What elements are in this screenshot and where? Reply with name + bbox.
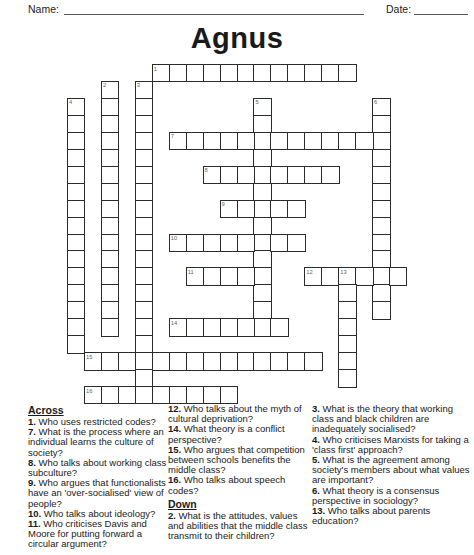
grid-cell[interactable] (372, 132, 390, 150)
grid-cell[interactable] (237, 318, 255, 336)
grid-cell[interactable] (135, 166, 153, 184)
clue-down-4: 4. Who criticises Marxists for taking a … (312, 435, 472, 455)
grid-cell[interactable] (372, 217, 390, 235)
grid-cell[interactable] (118, 352, 136, 370)
grid-cell[interactable] (321, 132, 339, 150)
grid-cell[interactable] (372, 166, 390, 184)
grid-cell[interactable] (203, 318, 221, 336)
grid-cell[interactable] (101, 115, 119, 133)
clue-number: 9. (28, 477, 36, 488)
grid-cell[interactable] (135, 98, 153, 116)
clue-number: 16. (168, 474, 181, 485)
grid-cell[interactable] (101, 234, 119, 252)
date-label: Date: (386, 3, 411, 15)
clue-across-11: 11. Who criticises Davis and Moore for p… (28, 519, 168, 550)
grid-cell[interactable] (220, 267, 238, 285)
date-blank-line[interactable] (414, 14, 468, 15)
grid-cell[interactable] (372, 234, 390, 252)
grid-cell[interactable] (253, 115, 271, 133)
grid-cell[interactable]: 13 (338, 267, 356, 285)
grid-cell[interactable] (287, 166, 305, 184)
grid-cell[interactable] (135, 267, 153, 285)
cell-number: 13 (340, 269, 346, 275)
grid-cell[interactable] (287, 200, 305, 218)
cell-number: 12 (306, 269, 312, 275)
grid-cell[interactable] (135, 183, 153, 201)
grid-cell[interactable] (270, 166, 288, 184)
clue-across-8: 8. Who talks about working class subcult… (28, 458, 168, 478)
grid-cell[interactable] (67, 250, 85, 268)
clue-number: 4. (312, 434, 320, 445)
grid-cell[interactable] (237, 267, 255, 285)
grid-cell[interactable] (220, 132, 238, 150)
grid-cell[interactable] (220, 386, 238, 404)
grid-cell[interactable] (186, 318, 204, 336)
clue-number: 12. (168, 403, 181, 414)
grid-cell[interactable] (338, 301, 356, 319)
grid-cell[interactable] (67, 115, 85, 133)
clue-number: 5. (312, 454, 320, 465)
grid-cell[interactable] (338, 132, 356, 150)
grid-cell[interactable] (287, 132, 305, 150)
grid-cell[interactable] (101, 200, 119, 218)
grid-cell[interactable] (169, 352, 187, 370)
grid-cell[interactable] (372, 267, 390, 285)
clue-number: 6. (312, 485, 320, 496)
grid-cell[interactable] (135, 250, 153, 268)
grid-cell[interactable] (253, 318, 271, 336)
grid-cell[interactable] (67, 301, 85, 319)
grid-cell[interactable] (389, 267, 407, 285)
cell-number: 4 (69, 99, 72, 105)
grid-cell[interactable] (186, 234, 204, 252)
grid-cell[interactable]: 4 (67, 98, 85, 116)
grid-cell[interactable] (253, 64, 271, 82)
puzzle-title: Agnus (0, 22, 474, 55)
grid-cell[interactable] (372, 115, 390, 133)
grid-cell[interactable] (237, 352, 255, 370)
grid-cell[interactable] (372, 284, 390, 302)
grid-cell[interactable]: 3 (135, 81, 153, 99)
clue-column-3: 3. What is the theory that working class… (312, 404, 472, 550)
grid-cell[interactable]: 8 (203, 166, 221, 184)
cell-number: 6 (374, 99, 377, 105)
grid-cell[interactable]: 10 (169, 234, 187, 252)
grid-cell[interactable] (67, 318, 85, 336)
grid-cell[interactable] (67, 166, 85, 184)
grid-cell[interactable] (304, 132, 322, 150)
crossword-grid: 12345678910111213141516 (67, 64, 408, 405)
grid-cell[interactable] (135, 369, 153, 387)
clue-number: 14. (168, 423, 181, 434)
grid-cell[interactable] (321, 64, 339, 82)
grid-cell[interactable] (253, 200, 271, 218)
grid-cell[interactable] (169, 64, 187, 82)
grid-cell[interactable] (101, 217, 119, 235)
grid-cell[interactable] (101, 386, 119, 404)
cell-number: 15 (86, 354, 92, 360)
grid-cell[interactable]: 6 (372, 98, 390, 116)
clue-down-13: 13. Who talks about parents education? (312, 506, 472, 526)
grid-cell[interactable] (253, 149, 271, 167)
grid-cell[interactable] (67, 284, 85, 302)
grid-cell[interactable] (220, 166, 238, 184)
clue-number: 13. (312, 505, 325, 516)
cell-number: 2 (103, 82, 106, 88)
grid-cell[interactable] (135, 217, 153, 235)
cell-number: 1 (154, 66, 157, 72)
grid-cell[interactable] (253, 166, 271, 184)
grid-cell[interactable] (287, 64, 305, 82)
grid-cell[interactable] (203, 234, 221, 252)
grid-cell[interactable] (287, 234, 305, 252)
name-blank-line[interactable] (64, 14, 364, 15)
clue-across-14: 14. What theory is a conflict perspectiv… (168, 424, 312, 444)
grid-cell[interactable] (253, 267, 271, 285)
grid-cell[interactable] (67, 200, 85, 218)
grid-cell[interactable]: 7 (169, 132, 187, 150)
grid-cell[interactable] (135, 284, 153, 302)
grid-cell[interactable] (186, 132, 204, 150)
grid-cell[interactable] (270, 132, 288, 150)
clue-down-2: 2. What is the attitudes, values and abi… (168, 511, 312, 542)
grid-cell[interactable] (203, 132, 221, 150)
grid-cell[interactable] (135, 234, 153, 252)
grid-cell[interactable] (372, 301, 390, 319)
grid-cell[interactable] (253, 284, 271, 302)
grid-cell[interactable] (338, 284, 356, 302)
grid-cell[interactable] (253, 217, 271, 235)
clue-across-12: 12. Who talks about the myth of cultural… (168, 404, 312, 424)
grid-cell[interactable] (135, 149, 153, 167)
across-heading: Across (28, 404, 168, 416)
grid-cell[interactable] (321, 267, 339, 285)
grid-cell[interactable] (237, 64, 255, 82)
clue-across-9: 9. Who argues that functionalists have a… (28, 478, 168, 509)
cell-number: 10 (171, 235, 177, 241)
grid-cell[interactable] (253, 301, 271, 319)
grid-cell[interactable] (338, 64, 356, 82)
grid-cell[interactable] (67, 267, 85, 285)
grid-cell[interactable] (253, 132, 271, 150)
grid-cell[interactable] (186, 386, 204, 404)
grid-cell[interactable] (203, 267, 221, 285)
grid-cell[interactable] (101, 132, 119, 150)
grid-cell[interactable] (220, 234, 238, 252)
grid-cell[interactable] (135, 200, 153, 218)
grid-cell[interactable] (135, 386, 153, 404)
grid-cell[interactable] (186, 352, 204, 370)
grid-cell[interactable] (186, 64, 204, 82)
grid-cell[interactable] (67, 183, 85, 201)
grid-cell[interactable]: 11 (186, 267, 204, 285)
down-heading: Down (168, 498, 312, 510)
clue-across-7: 7. What is the process where an individu… (28, 427, 168, 458)
cell-number: 11 (188, 269, 194, 275)
grid-cell[interactable] (220, 318, 238, 336)
grid-cell[interactable]: 9 (220, 200, 238, 218)
grid-cell[interactable] (355, 132, 373, 150)
clue-column-1: Across1. Who uses restricted codes?7. Wh… (28, 404, 168, 550)
grid-cell[interactable] (321, 166, 339, 184)
grid-cell[interactable] (270, 352, 288, 370)
grid-cell[interactable] (203, 386, 221, 404)
clue-number: 2. (168, 510, 176, 521)
grid-cell[interactable] (287, 352, 305, 370)
grid-cell[interactable] (338, 318, 356, 336)
grid-cell[interactable]: 1 (152, 64, 170, 82)
grid-cell[interactable] (237, 234, 255, 252)
grid-cell[interactable] (152, 352, 170, 370)
clue-list: Across1. Who uses restricted codes?7. Wh… (28, 404, 472, 550)
grid-cell[interactable] (220, 64, 238, 82)
name-label: Name: (28, 3, 59, 15)
clue-down-6: 6. What theory is a consensus perspectiv… (312, 486, 472, 506)
grid-cell[interactable] (304, 166, 322, 184)
grid-cell[interactable] (101, 267, 119, 285)
grid-cell[interactable] (135, 335, 153, 353)
grid-cell[interactable] (253, 352, 271, 370)
grid-cell[interactable] (237, 132, 255, 150)
grid-cell[interactable] (237, 166, 255, 184)
clue-across-15: 15. Who argues that competition between … (168, 445, 312, 476)
clue-number: 15. (168, 444, 181, 455)
grid-cell[interactable]: 14 (169, 318, 187, 336)
clue-number: 11. (28, 518, 41, 529)
grid-cell[interactable] (355, 267, 373, 285)
clue-number: 3. (312, 403, 320, 414)
grid-cell[interactable] (67, 149, 85, 167)
clue-down-5: 5. What is the agreement among society's… (312, 455, 472, 486)
grid-cell[interactable] (270, 318, 288, 336)
grid-cell[interactable] (118, 386, 136, 404)
grid-cell[interactable]: 15 (84, 352, 102, 370)
grid-cell[interactable] (67, 234, 85, 252)
grid-cell[interactable] (304, 352, 322, 370)
grid-cell[interactable] (220, 352, 238, 370)
grid-cell[interactable] (253, 250, 271, 268)
grid-cell[interactable] (135, 318, 153, 336)
grid-cell[interactable] (101, 98, 119, 116)
grid-cell[interactable] (372, 250, 390, 268)
grid-cell[interactable] (270, 64, 288, 82)
grid-cell[interactable] (135, 115, 153, 133)
grid-cell[interactable]: 12 (304, 267, 322, 285)
clue-number: 7. (28, 426, 36, 437)
grid-cell[interactable] (101, 149, 119, 167)
grid-cell[interactable] (338, 352, 356, 370)
grid-cell[interactable] (101, 284, 119, 302)
cell-number: 16 (86, 388, 92, 394)
grid-cell[interactable] (101, 250, 119, 268)
grid-cell[interactable] (253, 183, 271, 201)
grid-cell[interactable]: 2 (101, 81, 119, 99)
grid-cell[interactable] (338, 369, 356, 387)
grid-cell[interactable] (101, 318, 119, 336)
grid-cell[interactable] (67, 335, 85, 353)
clue-number: 8. (28, 457, 36, 468)
grid-cell[interactable]: 5 (253, 98, 271, 116)
grid-cell[interactable] (338, 335, 356, 353)
cell-number: 9 (222, 201, 225, 207)
grid-cell[interactable] (135, 301, 153, 319)
grid-cell[interactable]: 16 (84, 386, 102, 404)
grid-cell[interactable] (101, 166, 119, 184)
grid-cell[interactable] (101, 301, 119, 319)
grid-cell[interactable] (304, 64, 322, 82)
grid-cell[interactable] (135, 352, 153, 370)
clue-across-16: 16. Who talks about speech codes? (168, 475, 312, 495)
cell-number: 7 (171, 133, 174, 139)
clue-down-3: 3. What is the theory that working class… (312, 404, 472, 435)
clue-column-2: 12. Who talks about the myth of cultural… (168, 404, 312, 550)
grid-cell[interactable] (203, 352, 221, 370)
grid-cell[interactable] (372, 183, 390, 201)
grid-cell[interactable] (203, 64, 221, 82)
grid-cell[interactable] (101, 352, 119, 370)
cell-number: 5 (255, 99, 258, 105)
grid-cell[interactable] (67, 132, 85, 150)
grid-cell[interactable] (237, 200, 255, 218)
grid-cell[interactable] (253, 234, 271, 252)
grid-cell[interactable] (67, 217, 85, 235)
grid-cell[interactable] (372, 200, 390, 218)
grid-cell[interactable] (169, 386, 187, 404)
grid-cell[interactable] (101, 183, 119, 201)
grid-cell[interactable] (135, 132, 153, 150)
grid-cell[interactable] (270, 200, 288, 218)
cell-number: 8 (205, 167, 208, 173)
grid-cell[interactable] (270, 234, 288, 252)
cell-number: 3 (137, 82, 140, 88)
grid-cell[interactable] (152, 386, 170, 404)
cell-number: 14 (171, 320, 177, 326)
grid-cell[interactable] (372, 149, 390, 167)
